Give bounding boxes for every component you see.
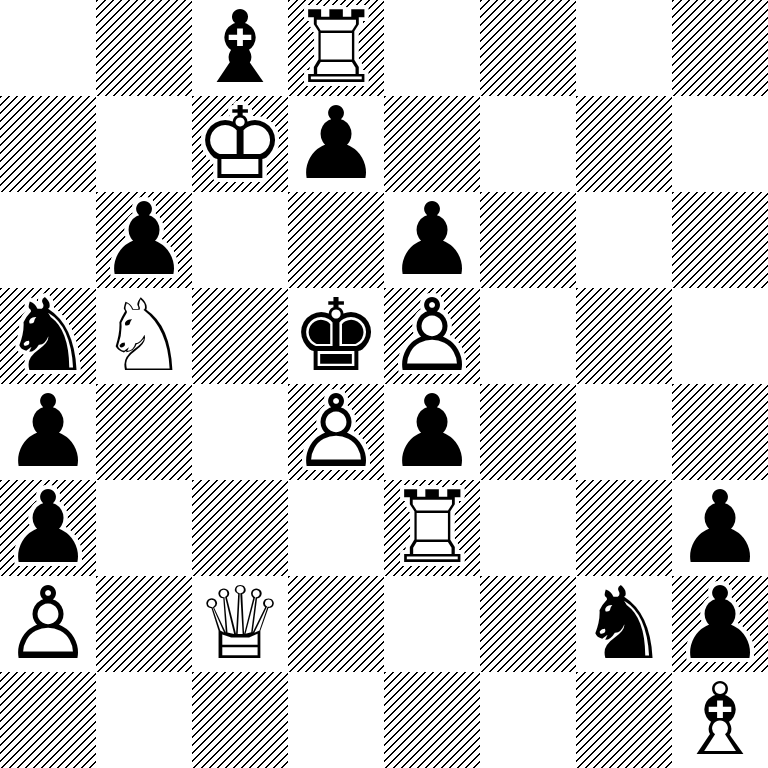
square-f6[interactable] bbox=[480, 192, 576, 288]
piece-white-rook[interactable]: ♜♖ bbox=[384, 480, 480, 576]
square-d5[interactable]: ♚ bbox=[288, 288, 384, 384]
square-f4[interactable] bbox=[480, 384, 576, 480]
square-b4[interactable] bbox=[96, 384, 192, 480]
piece-white-king[interactable]: ♚♔ bbox=[192, 96, 288, 192]
black-pawn-icon: ♟ bbox=[384, 384, 480, 480]
black-pawn-icon: ♟ bbox=[672, 576, 768, 672]
white-rook-outline-icon: ♖ bbox=[288, 0, 384, 96]
square-c2[interactable]: ♛♕ bbox=[192, 576, 288, 672]
square-e5[interactable]: ♟♙ bbox=[384, 288, 480, 384]
square-c3[interactable] bbox=[192, 480, 288, 576]
square-b3[interactable] bbox=[96, 480, 192, 576]
square-d7[interactable]: ♟ bbox=[288, 96, 384, 192]
square-a1[interactable] bbox=[0, 672, 96, 768]
black-pawn-icon: ♟ bbox=[96, 192, 192, 288]
square-g4[interactable] bbox=[576, 384, 672, 480]
white-queen-outline-icon: ♕ bbox=[192, 576, 288, 672]
black-pawn-icon: ♟ bbox=[0, 480, 96, 576]
chess-board: ♝♜♖♚♔♟♟♟♞♞♘♚♟♙♟♟♙♟♟♜♖♟♟♙♛♕♞♟♝♗ bbox=[0, 0, 768, 768]
square-g3[interactable] bbox=[576, 480, 672, 576]
square-a4[interactable]: ♟ bbox=[0, 384, 96, 480]
square-b6[interactable]: ♟ bbox=[96, 192, 192, 288]
piece-black-bishop[interactable]: ♝ bbox=[192, 0, 288, 96]
square-c1[interactable] bbox=[192, 672, 288, 768]
square-d2[interactable] bbox=[288, 576, 384, 672]
square-b1[interactable] bbox=[96, 672, 192, 768]
piece-black-pawn[interactable]: ♟ bbox=[672, 480, 768, 576]
square-f3[interactable] bbox=[480, 480, 576, 576]
piece-white-pawn[interactable]: ♟♙ bbox=[0, 576, 96, 672]
black-knight-icon: ♞ bbox=[0, 288, 96, 384]
white-knight-outline-icon: ♘ bbox=[96, 288, 192, 384]
white-pawn-outline-icon: ♙ bbox=[0, 576, 96, 672]
black-pawn-icon: ♟ bbox=[384, 192, 480, 288]
black-pawn-icon: ♟ bbox=[288, 96, 384, 192]
piece-black-pawn[interactable]: ♟ bbox=[96, 192, 192, 288]
piece-black-pawn[interactable]: ♟ bbox=[0, 384, 96, 480]
square-c5[interactable] bbox=[192, 288, 288, 384]
square-f1[interactable] bbox=[480, 672, 576, 768]
square-e7[interactable] bbox=[384, 96, 480, 192]
square-c6[interactable] bbox=[192, 192, 288, 288]
black-king-icon: ♚ bbox=[288, 288, 384, 384]
white-pawn-outline-icon: ♙ bbox=[384, 288, 480, 384]
square-c4[interactable] bbox=[192, 384, 288, 480]
square-h6[interactable] bbox=[672, 192, 768, 288]
square-f2[interactable] bbox=[480, 576, 576, 672]
square-c8[interactable]: ♝ bbox=[192, 0, 288, 96]
piece-black-pawn[interactable]: ♟ bbox=[384, 192, 480, 288]
square-a5[interactable]: ♞ bbox=[0, 288, 96, 384]
piece-black-pawn[interactable]: ♟ bbox=[384, 384, 480, 480]
piece-white-pawn[interactable]: ♟♙ bbox=[384, 288, 480, 384]
square-d3[interactable] bbox=[288, 480, 384, 576]
square-g5[interactable] bbox=[576, 288, 672, 384]
square-a7[interactable] bbox=[0, 96, 96, 192]
square-d4[interactable]: ♟♙ bbox=[288, 384, 384, 480]
square-h3[interactable]: ♟ bbox=[672, 480, 768, 576]
square-b5[interactable]: ♞♘ bbox=[96, 288, 192, 384]
square-e6[interactable]: ♟ bbox=[384, 192, 480, 288]
square-b2[interactable] bbox=[96, 576, 192, 672]
square-b8[interactable] bbox=[96, 0, 192, 96]
square-f7[interactable] bbox=[480, 96, 576, 192]
square-h1[interactable]: ♝♗ bbox=[672, 672, 768, 768]
black-pawn-icon: ♟ bbox=[0, 384, 96, 480]
black-knight-icon: ♞ bbox=[576, 576, 672, 672]
square-a3[interactable]: ♟ bbox=[0, 480, 96, 576]
square-h8[interactable] bbox=[672, 0, 768, 96]
square-g2[interactable]: ♞ bbox=[576, 576, 672, 672]
square-g7[interactable] bbox=[576, 96, 672, 192]
square-d8[interactable]: ♜♖ bbox=[288, 0, 384, 96]
square-g1[interactable] bbox=[576, 672, 672, 768]
square-e8[interactable] bbox=[384, 0, 480, 96]
white-king-outline-icon: ♔ bbox=[192, 96, 288, 192]
square-a8[interactable] bbox=[0, 0, 96, 96]
square-b7[interactable] bbox=[96, 96, 192, 192]
piece-white-queen[interactable]: ♛♕ bbox=[192, 576, 288, 672]
white-bishop-outline-icon: ♗ bbox=[672, 672, 768, 768]
square-h7[interactable] bbox=[672, 96, 768, 192]
piece-black-knight[interactable]: ♞ bbox=[576, 576, 672, 672]
square-h4[interactable] bbox=[672, 384, 768, 480]
square-e4[interactable]: ♟ bbox=[384, 384, 480, 480]
piece-white-knight[interactable]: ♞♘ bbox=[96, 288, 192, 384]
piece-black-king[interactable]: ♚ bbox=[288, 288, 384, 384]
square-e2[interactable] bbox=[384, 576, 480, 672]
piece-white-rook[interactable]: ♜♖ bbox=[288, 0, 384, 96]
piece-black-knight[interactable]: ♞ bbox=[0, 288, 96, 384]
white-rook-outline-icon: ♖ bbox=[384, 480, 480, 576]
square-f5[interactable] bbox=[480, 288, 576, 384]
piece-black-pawn[interactable]: ♟ bbox=[288, 96, 384, 192]
square-d6[interactable] bbox=[288, 192, 384, 288]
square-g8[interactable] bbox=[576, 0, 672, 96]
black-pawn-icon: ♟ bbox=[672, 480, 768, 576]
piece-black-pawn[interactable]: ♟ bbox=[0, 480, 96, 576]
black-bishop-icon: ♝ bbox=[192, 0, 288, 96]
square-a6[interactable] bbox=[0, 192, 96, 288]
piece-black-pawn[interactable]: ♟ bbox=[672, 576, 768, 672]
piece-white-bishop[interactable]: ♝♗ bbox=[672, 672, 768, 768]
square-e3[interactable]: ♜♖ bbox=[384, 480, 480, 576]
square-d1[interactable] bbox=[288, 672, 384, 768]
square-g6[interactable] bbox=[576, 192, 672, 288]
square-a2[interactable]: ♟♙ bbox=[0, 576, 96, 672]
square-e1[interactable] bbox=[384, 672, 480, 768]
white-pawn-outline-icon: ♙ bbox=[288, 384, 384, 480]
square-h5[interactable] bbox=[672, 288, 768, 384]
square-f8[interactable] bbox=[480, 0, 576, 96]
square-c7[interactable]: ♚♔ bbox=[192, 96, 288, 192]
square-h2[interactable]: ♟ bbox=[672, 576, 768, 672]
piece-white-pawn[interactable]: ♟♙ bbox=[288, 384, 384, 480]
